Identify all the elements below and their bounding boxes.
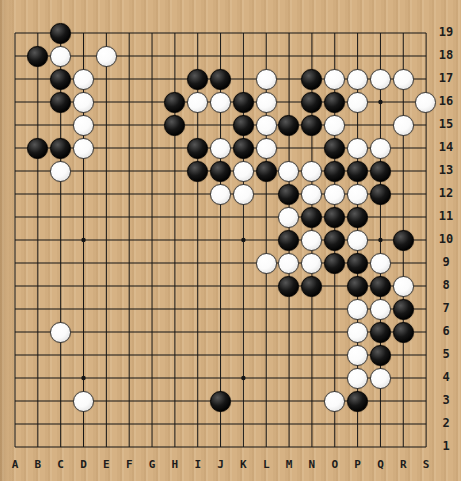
board-intersection-K13[interactable]	[232, 160, 255, 183]
board-intersection-R17[interactable]	[392, 68, 415, 91]
white-stone-P10[interactable]	[347, 230, 368, 251]
white-stone-C6[interactable]	[50, 322, 71, 343]
black-stone-K15[interactable]	[233, 115, 254, 136]
board-intersection-K16[interactable]	[232, 91, 255, 114]
col-label-M: M	[278, 458, 300, 471]
white-stone-P5[interactable]	[347, 345, 368, 366]
black-stone-C17[interactable]	[50, 69, 71, 90]
black-stone-R6[interactable]	[393, 322, 414, 343]
col-label-K: K	[232, 458, 254, 471]
board-intersection-P6[interactable]	[346, 321, 369, 344]
white-stone-R17[interactable]	[393, 69, 414, 90]
black-stone-O9[interactable]	[324, 253, 345, 274]
board-intersection-M15[interactable]	[278, 114, 301, 137]
black-stone-H15[interactable]	[164, 115, 185, 136]
row-label-5: 5	[433, 347, 459, 361]
board-intersection-C14[interactable]	[49, 137, 72, 160]
board-intersection-P8[interactable]	[346, 275, 369, 298]
board-intersection-N12[interactable]	[300, 183, 323, 206]
board-intersection-M10[interactable]	[278, 229, 301, 252]
col-label-P: P	[347, 458, 369, 471]
black-stone-J17[interactable]	[210, 69, 231, 90]
board-intersection-P3[interactable]	[346, 390, 369, 413]
black-stone-J13[interactable]	[210, 161, 231, 182]
white-stone-D15[interactable]	[73, 115, 94, 136]
board-intersection-P5[interactable]	[346, 344, 369, 367]
black-stone-I14[interactable]	[187, 138, 208, 159]
board-intersection-M8[interactable]	[278, 275, 301, 298]
board-intersection-Q9[interactable]	[369, 252, 392, 275]
black-stone-M10[interactable]	[278, 230, 299, 251]
row-label-16: 16	[433, 94, 459, 108]
white-stone-L15[interactable]	[256, 115, 277, 136]
white-stone-J14[interactable]	[210, 138, 231, 159]
board-intersection-O13[interactable]	[323, 160, 346, 183]
black-stone-Q12[interactable]	[370, 184, 391, 205]
board-intersection-H16[interactable]	[163, 91, 186, 114]
black-stone-R10[interactable]	[393, 230, 414, 251]
board-intersection-K14[interactable]	[232, 137, 255, 160]
black-stone-B14[interactable]	[27, 138, 48, 159]
row-label-11: 11	[433, 209, 459, 223]
board-intersection-M12[interactable]	[278, 183, 301, 206]
board-grid[interactable]	[4, 22, 438, 459]
white-stone-R15[interactable]	[393, 115, 414, 136]
col-label-O: O	[324, 458, 346, 471]
board-intersection-P14[interactable]	[346, 137, 369, 160]
black-stone-C16[interactable]	[50, 92, 71, 113]
white-stone-M13[interactable]	[278, 161, 299, 182]
white-stone-L17[interactable]	[256, 69, 277, 90]
black-stone-K16[interactable]	[233, 92, 254, 113]
black-stone-P3[interactable]	[347, 391, 368, 412]
row-label-15: 15	[433, 117, 459, 131]
row-label-6: 6	[433, 324, 459, 338]
board-intersection-N9[interactable]	[300, 252, 323, 275]
board-intersection-P13[interactable]	[346, 160, 369, 183]
black-stone-J3[interactable]	[210, 391, 231, 412]
white-stone-E18[interactable]	[96, 46, 117, 67]
board-intersection-L9[interactable]	[255, 252, 278, 275]
black-stone-Q6[interactable]	[370, 322, 391, 343]
board-intersection-R7[interactable]	[392, 298, 415, 321]
board-intersection-J3[interactable]	[209, 390, 232, 413]
black-stone-P11[interactable]	[347, 207, 368, 228]
black-stone-N11[interactable]	[301, 207, 322, 228]
board-intersection-R8[interactable]	[392, 275, 415, 298]
white-stone-L14[interactable]	[256, 138, 277, 159]
board-intersection-P11[interactable]	[346, 206, 369, 229]
board-intersection-Q5[interactable]	[369, 344, 392, 367]
white-stone-N13[interactable]	[301, 161, 322, 182]
white-stone-Q4[interactable]	[370, 368, 391, 389]
board-intersection-M13[interactable]	[278, 160, 301, 183]
black-stone-P9[interactable]	[347, 253, 368, 274]
col-label-L: L	[255, 458, 277, 471]
black-stone-P8[interactable]	[347, 276, 368, 297]
white-stone-Q9[interactable]	[370, 253, 391, 274]
board-intersection-H15[interactable]	[163, 114, 186, 137]
board-intersection-Q8[interactable]	[369, 275, 392, 298]
white-stone-M9[interactable]	[278, 253, 299, 274]
col-label-D: D	[73, 458, 95, 471]
row-label-14: 14	[433, 140, 459, 154]
black-stone-O11[interactable]	[324, 207, 345, 228]
black-stone-N16[interactable]	[301, 92, 322, 113]
col-label-A: A	[4, 458, 26, 471]
white-stone-R8[interactable]	[393, 276, 414, 297]
black-stone-C19[interactable]	[50, 23, 71, 44]
black-stone-H16[interactable]	[164, 92, 185, 113]
white-stone-D3[interactable]	[73, 391, 94, 412]
white-stone-Q14[interactable]	[370, 138, 391, 159]
board-intersection-N17[interactable]	[300, 68, 323, 91]
white-stone-P4[interactable]	[347, 368, 368, 389]
board-intersection-O3[interactable]	[323, 390, 346, 413]
black-stone-I13[interactable]	[187, 161, 208, 182]
board-intersection-I16[interactable]	[186, 91, 209, 114]
board-intersection-Q12[interactable]	[369, 183, 392, 206]
board-intersection-N15[interactable]	[300, 114, 323, 137]
board-intersection-P10[interactable]	[346, 229, 369, 252]
board-intersection-C16[interactable]	[49, 91, 72, 114]
col-label-S: S	[415, 458, 437, 471]
black-stone-N8[interactable]	[301, 276, 322, 297]
black-stone-O14[interactable]	[324, 138, 345, 159]
white-stone-J16[interactable]	[210, 92, 231, 113]
board-intersection-L17[interactable]	[255, 68, 278, 91]
board-intersection-I14[interactable]	[186, 137, 209, 160]
row-label-10: 10	[433, 232, 459, 246]
board-intersection-Q17[interactable]	[369, 68, 392, 91]
black-stone-P13[interactable]	[347, 161, 368, 182]
white-stone-J12[interactable]	[210, 184, 231, 205]
col-label-Q: Q	[369, 458, 391, 471]
black-stone-L13[interactable]	[256, 161, 277, 182]
board-intersection-P17[interactable]	[346, 68, 369, 91]
board-intersection-O11[interactable]	[323, 206, 346, 229]
white-stone-P14[interactable]	[347, 138, 368, 159]
white-stone-D17[interactable]	[73, 69, 94, 90]
board-intersection-Q13[interactable]	[369, 160, 392, 183]
white-stone-P12[interactable]	[347, 184, 368, 205]
board-intersection-D14[interactable]	[72, 137, 95, 160]
black-stone-M15[interactable]	[278, 115, 299, 136]
board-intersection-L13[interactable]	[255, 160, 278, 183]
board-intersection-P7[interactable]	[346, 298, 369, 321]
black-stone-O13[interactable]	[324, 161, 345, 182]
board-intersection-M9[interactable]	[278, 252, 301, 275]
black-stone-Q8[interactable]	[370, 276, 391, 297]
board-intersection-D17[interactable]	[72, 68, 95, 91]
white-stone-L16[interactable]	[256, 92, 277, 113]
board-intersection-N13[interactable]	[300, 160, 323, 183]
board-intersection-J16[interactable]	[209, 91, 232, 114]
white-stone-P7[interactable]	[347, 299, 368, 320]
board-intersection-L16[interactable]	[255, 91, 278, 114]
white-stone-O12[interactable]	[324, 184, 345, 205]
board-intersection-L14[interactable]	[255, 137, 278, 160]
board-intersection-O9[interactable]	[323, 252, 346, 275]
board-intersection-N10[interactable]	[300, 229, 323, 252]
black-stone-N17[interactable]	[301, 69, 322, 90]
white-stone-O3[interactable]	[324, 391, 345, 412]
board-intersection-E18[interactable]	[95, 45, 118, 68]
white-stone-M11[interactable]	[278, 207, 299, 228]
row-label-17: 17	[433, 71, 459, 85]
board-intersection-Q7[interactable]	[369, 298, 392, 321]
row-label-2: 2	[433, 416, 459, 430]
board-intersection-Q6[interactable]	[369, 321, 392, 344]
board-intersection-O15[interactable]	[323, 114, 346, 137]
board-intersection-I13[interactable]	[186, 160, 209, 183]
board-intersection-O12[interactable]	[323, 183, 346, 206]
row-label-3: 3	[433, 393, 459, 407]
board-intersection-O17[interactable]	[323, 68, 346, 91]
board-intersection-C19[interactable]	[49, 22, 72, 45]
white-stone-P6[interactable]	[347, 322, 368, 343]
board-intersection-I17[interactable]	[186, 68, 209, 91]
black-stone-O16[interactable]	[324, 92, 345, 113]
black-stone-Q5[interactable]	[370, 345, 391, 366]
black-stone-C14[interactable]	[50, 138, 71, 159]
col-label-I: I	[187, 458, 209, 471]
board-intersection-L15[interactable]	[255, 114, 278, 137]
board-intersection-N16[interactable]	[300, 91, 323, 114]
board-intersection-B18[interactable]	[26, 45, 49, 68]
black-stone-M12[interactable]	[278, 184, 299, 205]
board-intersection-O16[interactable]	[323, 91, 346, 114]
white-stone-C18[interactable]	[50, 46, 71, 67]
board-intersection-K15[interactable]	[232, 114, 255, 137]
board-intersection-J12[interactable]	[209, 183, 232, 206]
white-stone-O15[interactable]	[324, 115, 345, 136]
row-label-4: 4	[433, 370, 459, 384]
row-label-8: 8	[433, 278, 459, 292]
white-stone-L9[interactable]	[256, 253, 277, 274]
white-stone-Q17[interactable]	[370, 69, 391, 90]
board-intersection-R10[interactable]	[392, 229, 415, 252]
white-stone-C13[interactable]	[50, 161, 71, 182]
board-intersection-R15[interactable]	[392, 114, 415, 137]
white-stone-N10[interactable]	[301, 230, 322, 251]
row-label-19: 19	[433, 25, 459, 39]
white-stone-P17[interactable]	[347, 69, 368, 90]
black-stone-O10[interactable]	[324, 230, 345, 251]
white-stone-D16[interactable]	[73, 92, 94, 113]
black-stone-N15[interactable]	[301, 115, 322, 136]
board-intersection-C13[interactable]	[49, 160, 72, 183]
black-stone-B18[interactable]	[27, 46, 48, 67]
go-board: ABCDEFGHIJKLMNOPQRS191817161514131211109…	[0, 0, 461, 481]
col-label-E: E	[95, 458, 117, 471]
board-intersection-C18[interactable]	[49, 45, 72, 68]
board-intersection-D16[interactable]	[72, 91, 95, 114]
col-label-J: J	[210, 458, 232, 471]
white-stone-K12[interactable]	[233, 184, 254, 205]
col-label-H: H	[164, 458, 186, 471]
row-label-1: 1	[433, 439, 459, 453]
board-intersection-P9[interactable]	[346, 252, 369, 275]
board-intersection-C6[interactable]	[49, 321, 72, 344]
col-label-F: F	[118, 458, 140, 471]
white-stone-N9[interactable]	[301, 253, 322, 274]
board-intersection-P16[interactable]	[346, 91, 369, 114]
white-stone-I16[interactable]	[187, 92, 208, 113]
board-intersection-M11[interactable]	[278, 206, 301, 229]
board-intersection-P4[interactable]	[346, 367, 369, 390]
board-intersection-J13[interactable]	[209, 160, 232, 183]
board-intersection-K12[interactable]	[232, 183, 255, 206]
row-label-7: 7	[433, 301, 459, 315]
row-label-9: 9	[433, 255, 459, 269]
board-intersection-B14[interactable]	[26, 137, 49, 160]
board-intersection-O10[interactable]	[323, 229, 346, 252]
black-stone-R7[interactable]	[393, 299, 414, 320]
board-intersection-R6[interactable]	[392, 321, 415, 344]
white-stone-P16[interactable]	[347, 92, 368, 113]
board-intersection-Q4[interactable]	[369, 367, 392, 390]
board-intersection-N11[interactable]	[300, 206, 323, 229]
row-label-13: 13	[433, 163, 459, 177]
col-label-N: N	[301, 458, 323, 471]
white-stone-Q7[interactable]	[370, 299, 391, 320]
board-intersection-J14[interactable]	[209, 137, 232, 160]
col-label-B: B	[27, 458, 49, 471]
white-stone-O17[interactable]	[324, 69, 345, 90]
board-intersection-C17[interactable]	[49, 68, 72, 91]
black-stone-Q13[interactable]	[370, 161, 391, 182]
board-intersection-J17[interactable]	[209, 68, 232, 91]
white-stone-D14[interactable]	[73, 138, 94, 159]
black-stone-I17[interactable]	[187, 69, 208, 90]
board-intersection-P12[interactable]	[346, 183, 369, 206]
board-intersection-Q14[interactable]	[369, 137, 392, 160]
row-label-12: 12	[433, 186, 459, 200]
black-stone-K14[interactable]	[233, 138, 254, 159]
col-label-R: R	[392, 458, 414, 471]
white-stone-N12[interactable]	[301, 184, 322, 205]
row-label-18: 18	[433, 48, 459, 62]
board-intersection-O14[interactable]	[323, 137, 346, 160]
white-stone-K13[interactable]	[233, 161, 254, 182]
board-intersection-N8[interactable]	[300, 275, 323, 298]
col-label-G: G	[141, 458, 163, 471]
black-stone-M8[interactable]	[278, 276, 299, 297]
col-label-C: C	[50, 458, 72, 471]
board-intersection-D15[interactable]	[72, 114, 95, 137]
board-intersection-D3[interactable]	[72, 390, 95, 413]
